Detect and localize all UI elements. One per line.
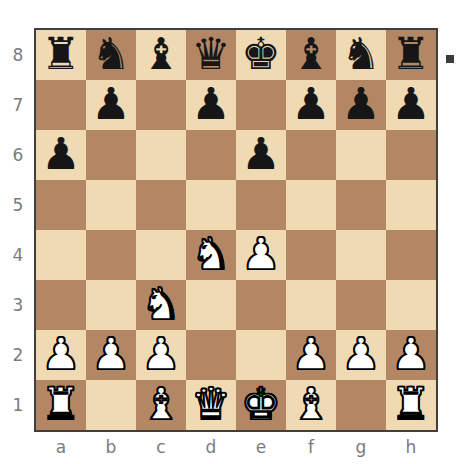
square-h5[interactable] [386, 180, 436, 230]
square-b2[interactable]: ♟ [86, 330, 136, 380]
square-c6[interactable] [136, 130, 186, 180]
square-a5[interactable] [36, 180, 86, 230]
piece-black-pawn-e6[interactable]: ♟ [241, 132, 280, 176]
square-g7[interactable]: ♟ [336, 80, 386, 130]
file-label-h: h [386, 433, 436, 461]
square-b6[interactable] [86, 130, 136, 180]
square-g5[interactable] [336, 180, 386, 230]
piece-black-bishop-c8[interactable]: ♝ [141, 32, 180, 76]
piece-black-bishop-f8[interactable]: ♝ [291, 32, 330, 76]
square-f1[interactable]: ♝ [286, 380, 336, 430]
file-label-f: f [286, 433, 336, 461]
square-b1[interactable] [86, 380, 136, 430]
square-b8[interactable]: ♞ [86, 30, 136, 80]
square-a7[interactable] [36, 80, 86, 130]
square-h7[interactable]: ♟ [386, 80, 436, 130]
piece-black-pawn-d7[interactable]: ♟ [191, 82, 230, 126]
piece-black-knight-b8[interactable]: ♞ [91, 32, 130, 76]
square-d4[interactable]: ♞ [186, 230, 236, 280]
square-d2[interactable] [186, 330, 236, 380]
square-a6[interactable]: ♟ [36, 130, 86, 180]
square-c4[interactable] [136, 230, 186, 280]
piece-white-rook-a1[interactable]: ♜ [41, 382, 80, 426]
piece-white-queen-d1[interactable]: ♛ [191, 382, 230, 426]
square-g2[interactable]: ♟ [336, 330, 386, 380]
square-c2[interactable]: ♟ [136, 330, 186, 380]
piece-white-pawn-e4[interactable]: ♟ [241, 232, 280, 276]
chess-board[interactable]: ♜♞♝♛♚♝♞♜♟♟♟♟♟♟♟♞♟♞♟♟♟♟♟♟♜♝♛♚♝♜ [34, 28, 438, 432]
square-a4[interactable] [36, 230, 86, 280]
square-c8[interactable]: ♝ [136, 30, 186, 80]
piece-black-rook-a8[interactable]: ♜ [41, 32, 80, 76]
rank-labels: 87654321 [2, 30, 34, 430]
rank-label-3: 3 [2, 280, 34, 330]
square-h1[interactable]: ♜ [386, 380, 436, 430]
file-label-b: b [86, 433, 136, 461]
file-label-d: d [186, 433, 236, 461]
square-g4[interactable] [336, 230, 386, 280]
square-c5[interactable] [136, 180, 186, 230]
rank-label-4: 4 [2, 230, 34, 280]
square-h8[interactable]: ♜ [386, 30, 436, 80]
rank-label-1: 1 [2, 380, 34, 430]
square-d5[interactable] [186, 180, 236, 230]
square-e6[interactable]: ♟ [236, 130, 286, 180]
piece-black-pawn-a6[interactable]: ♟ [41, 132, 80, 176]
square-d6[interactable] [186, 130, 236, 180]
piece-white-rook-h1[interactable]: ♜ [391, 382, 430, 426]
file-label-e: e [236, 433, 286, 461]
file-label-a: a [36, 433, 86, 461]
file-label-c: c [136, 433, 186, 461]
piece-black-rook-h8[interactable]: ♜ [391, 32, 430, 76]
square-f8[interactable]: ♝ [286, 30, 336, 80]
square-a8[interactable]: ♜ [36, 30, 86, 80]
piece-white-knight-c3[interactable]: ♞ [141, 282, 180, 326]
piece-white-knight-d4[interactable]: ♞ [191, 232, 230, 276]
piece-white-bishop-c1[interactable]: ♝ [141, 382, 180, 426]
black-to-move-indicator [446, 55, 454, 63]
square-d1[interactable]: ♛ [186, 380, 236, 430]
square-g8[interactable]: ♞ [336, 30, 386, 80]
rank-label-7: 7 [2, 80, 34, 130]
square-f5[interactable] [286, 180, 336, 230]
piece-white-pawn-b2[interactable]: ♟ [91, 332, 130, 376]
square-c1[interactable]: ♝ [136, 380, 186, 430]
square-e2[interactable] [236, 330, 286, 380]
square-g3[interactable] [336, 280, 386, 330]
square-g6[interactable] [336, 130, 386, 180]
square-d3[interactable] [186, 280, 236, 330]
piece-white-pawn-c2[interactable]: ♟ [141, 332, 180, 376]
piece-white-pawn-a2[interactable]: ♟ [41, 332, 80, 376]
square-f4[interactable] [286, 230, 336, 280]
square-a1[interactable]: ♜ [36, 380, 86, 430]
square-e4[interactable]: ♟ [236, 230, 286, 280]
piece-black-pawn-h7[interactable]: ♟ [391, 82, 430, 126]
square-f3[interactable] [286, 280, 336, 330]
rank-label-6: 6 [2, 130, 34, 180]
piece-black-king-e8[interactable]: ♚ [241, 32, 280, 76]
rank-label-2: 2 [2, 330, 34, 380]
square-e5[interactable] [236, 180, 286, 230]
piece-black-knight-g8[interactable]: ♞ [341, 32, 380, 76]
square-d8[interactable]: ♛ [186, 30, 236, 80]
file-labels: abcdefgh [36, 433, 436, 461]
square-g1[interactable] [336, 380, 386, 430]
square-f7[interactable]: ♟ [286, 80, 336, 130]
piece-white-king-e1[interactable]: ♚ [241, 382, 280, 426]
square-f2[interactable]: ♟ [286, 330, 336, 380]
square-f6[interactable] [286, 130, 336, 180]
square-h6[interactable] [386, 130, 436, 180]
square-e3[interactable] [236, 280, 286, 330]
rank-label-8: 8 [2, 30, 34, 80]
file-label-g: g [336, 433, 386, 461]
square-h2[interactable]: ♟ [386, 330, 436, 380]
square-b7[interactable]: ♟ [86, 80, 136, 130]
piece-black-pawn-g7[interactable]: ♟ [341, 82, 380, 126]
square-d7[interactable]: ♟ [186, 80, 236, 130]
square-e1[interactable]: ♚ [236, 380, 286, 430]
square-b3[interactable] [86, 280, 136, 330]
square-b4[interactable] [86, 230, 136, 280]
square-a3[interactable] [36, 280, 86, 330]
square-c7[interactable] [136, 80, 186, 130]
square-h4[interactable] [386, 230, 436, 280]
piece-black-pawn-f7[interactable]: ♟ [291, 82, 330, 126]
square-e8[interactable]: ♚ [236, 30, 286, 80]
piece-white-pawn-h2[interactable]: ♟ [391, 332, 430, 376]
piece-white-pawn-g2[interactable]: ♟ [341, 332, 380, 376]
square-h3[interactable] [386, 280, 436, 330]
piece-white-bishop-f1[interactable]: ♝ [291, 382, 330, 426]
piece-black-queen-d8[interactable]: ♛ [191, 32, 230, 76]
rank-label-5: 5 [2, 180, 34, 230]
piece-black-pawn-b7[interactable]: ♟ [91, 82, 130, 126]
square-a2[interactable]: ♟ [36, 330, 86, 380]
square-b5[interactable] [86, 180, 136, 230]
square-c3[interactable]: ♞ [136, 280, 186, 330]
piece-white-pawn-f2[interactable]: ♟ [291, 332, 330, 376]
square-e7[interactable] [236, 80, 286, 130]
